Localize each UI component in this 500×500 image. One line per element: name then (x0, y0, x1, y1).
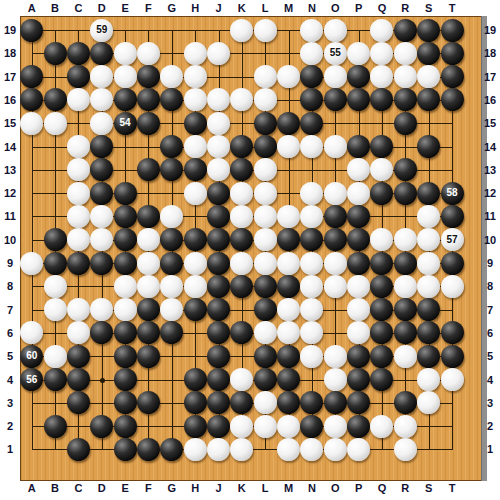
left-coord-label: 10 (4, 234, 16, 246)
left-coord-label: 4 (7, 374, 13, 386)
white-stone-O5[interactable] (324, 345, 347, 368)
white-stone-L11[interactable] (254, 205, 277, 228)
white-stone-T10[interactable]: 57 (441, 228, 464, 251)
black-stone-S19[interactable] (417, 19, 440, 42)
white-stone-A15[interactable] (20, 112, 43, 135)
right-coord-label: 5 (487, 350, 493, 362)
left-coord-label: 1 (7, 443, 13, 455)
black-stone-H4[interactable] (184, 368, 207, 391)
black-stone-C5[interactable] (67, 345, 90, 368)
white-stone-L2[interactable] (254, 415, 277, 438)
white-stone-F18[interactable] (137, 42, 160, 65)
white-stone-F10[interactable] (137, 228, 160, 251)
left-coord-label: 5 (7, 350, 13, 362)
white-stone-H17[interactable] (184, 65, 207, 88)
white-stone-J14[interactable] (207, 135, 230, 158)
left-coord-label: 8 (7, 280, 13, 292)
top-coord-label: D (98, 2, 106, 14)
black-stone-A19[interactable] (20, 19, 43, 42)
black-stone-T19[interactable] (441, 19, 464, 42)
white-stone-L16[interactable] (254, 88, 277, 111)
top-coord-label: F (145, 2, 152, 14)
bottom-coord-label: H (191, 482, 199, 494)
black-stone-M4[interactable] (277, 368, 300, 391)
white-stone-L13[interactable] (254, 158, 277, 181)
bottom-coord-label: G (168, 482, 177, 494)
white-stone-N9[interactable] (300, 252, 323, 275)
white-stone-H12[interactable] (184, 182, 207, 205)
white-stone-A9[interactable] (20, 252, 43, 275)
black-stone-E1[interactable] (114, 438, 137, 461)
black-stone-C1[interactable] (67, 438, 90, 461)
black-stone-C18[interactable] (67, 42, 90, 65)
white-stone-B8[interactable] (44, 275, 67, 298)
right-coord-label: 13 (484, 164, 496, 176)
black-stone-N2[interactable] (300, 415, 323, 438)
black-stone-D2[interactable] (90, 415, 113, 438)
left-coord-label: 7 (7, 304, 13, 316)
black-stone-C17[interactable] (67, 65, 90, 88)
black-stone-T16[interactable] (441, 88, 464, 111)
black-stone-M15[interactable] (277, 112, 300, 135)
white-stone-L10[interactable] (254, 228, 277, 251)
black-stone-P5[interactable] (347, 345, 370, 368)
white-stone-O9[interactable] (324, 252, 347, 275)
white-stone-H14[interactable] (184, 135, 207, 158)
black-stone-F7[interactable] (137, 298, 160, 321)
black-stone-B2[interactable] (44, 415, 67, 438)
white-stone-O12[interactable] (324, 182, 347, 205)
white-stone-T8[interactable] (441, 275, 464, 298)
move-number-label: 58 (446, 188, 457, 198)
white-stone-R10[interactable] (394, 228, 417, 251)
bottom-coord-label: T (449, 482, 456, 494)
bottom-coord-label: A (28, 482, 36, 494)
right-coord-label: 17 (484, 71, 496, 83)
white-stone-P8[interactable] (347, 275, 370, 298)
black-stone-L7[interactable] (254, 298, 277, 321)
black-stone-H13[interactable] (184, 158, 207, 181)
black-stone-E5[interactable] (114, 345, 137, 368)
bottom-coord-label: D (98, 482, 106, 494)
white-stone-F8[interactable] (137, 275, 160, 298)
white-stone-M14[interactable] (277, 135, 300, 158)
white-stone-M17[interactable] (277, 65, 300, 88)
white-stone-P1[interactable] (347, 438, 370, 461)
white-stone-J15[interactable] (207, 112, 230, 135)
black-stone-H7[interactable] (184, 298, 207, 321)
black-stone-E4[interactable] (114, 368, 137, 391)
black-stone-B9[interactable] (44, 252, 67, 275)
white-stone-N19[interactable] (300, 19, 323, 42)
white-stone-P12[interactable] (347, 182, 370, 205)
black-stone-B4[interactable] (44, 368, 67, 391)
white-stone-O17[interactable] (324, 65, 347, 88)
black-stone-E6[interactable] (114, 321, 137, 344)
top-coord-label: H (191, 2, 199, 14)
black-stone-E16[interactable] (114, 88, 137, 111)
black-stone-N15[interactable] (300, 112, 323, 135)
move-number-label: 54 (120, 118, 131, 128)
top-coord-label: O (331, 2, 340, 14)
black-stone-J9[interactable] (207, 252, 230, 275)
white-stone-R18[interactable] (394, 42, 417, 65)
black-stone-B18[interactable] (44, 42, 67, 65)
top-coord-label: C (74, 2, 82, 14)
black-stone-R15[interactable] (394, 112, 417, 135)
right-coord-label: 14 (484, 141, 496, 153)
black-stone-D18[interactable] (90, 42, 113, 65)
move-number-label: 55 (330, 48, 341, 58)
black-stone-P9[interactable] (347, 252, 370, 275)
white-stone-H9[interactable] (184, 252, 207, 275)
black-stone-P2[interactable] (347, 415, 370, 438)
top-coord-label: S (425, 2, 432, 14)
black-stone-E11[interactable] (114, 205, 137, 228)
white-stone-D15[interactable] (90, 112, 113, 135)
black-stone-J11[interactable] (207, 205, 230, 228)
black-stone-F11[interactable] (137, 205, 160, 228)
black-stone-J12[interactable] (207, 182, 230, 205)
black-stone-E10[interactable] (114, 228, 137, 251)
left-coord-label: 16 (4, 94, 16, 106)
white-stone-Q2[interactable] (370, 415, 393, 438)
black-stone-E2[interactable] (114, 415, 137, 438)
black-stone-R3[interactable] (394, 391, 417, 414)
black-stone-O11[interactable] (324, 205, 347, 228)
white-stone-E17[interactable] (114, 65, 137, 88)
top-coord-label: T (449, 2, 456, 14)
black-stone-O10[interactable] (324, 228, 347, 251)
black-stone-S5[interactable] (417, 345, 440, 368)
left-coord-label: 11 (4, 210, 16, 222)
left-coord-label: 12 (4, 187, 16, 199)
right-coord-label: 10 (484, 234, 496, 246)
white-stone-R1[interactable] (394, 438, 417, 461)
bottom-coord-label: R (401, 482, 409, 494)
right-coord-label: 12 (484, 187, 496, 199)
right-coord-label: 3 (487, 397, 493, 409)
black-stone-T6[interactable] (441, 321, 464, 344)
black-stone-J4[interactable] (207, 368, 230, 391)
top-coord-label: M (284, 2, 293, 14)
right-coord-label: 4 (487, 374, 493, 386)
black-stone-Q9[interactable] (370, 252, 393, 275)
top-coord-label: J (215, 2, 221, 14)
black-stone-F15[interactable] (137, 112, 160, 135)
white-stone-O19[interactable] (324, 19, 347, 42)
bottom-coord-label: E (121, 482, 128, 494)
black-stone-C9[interactable] (67, 252, 90, 275)
white-stone-K2[interactable] (230, 415, 253, 438)
white-stone-K12[interactable] (230, 182, 253, 205)
black-stone-J8[interactable] (207, 275, 230, 298)
white-stone-M7[interactable] (277, 298, 300, 321)
white-stone-J18[interactable] (207, 42, 230, 65)
black-stone-S14[interactable] (417, 135, 440, 158)
black-stone-E9[interactable] (114, 252, 137, 275)
white-stone-C11[interactable] (67, 205, 90, 228)
top-coord-label: R (401, 2, 409, 14)
black-stone-D9[interactable] (90, 252, 113, 275)
move-number-label: 59 (96, 25, 107, 35)
right-coord-label: 15 (484, 117, 496, 129)
white-stone-O2[interactable] (324, 415, 347, 438)
white-stone-B15[interactable] (44, 112, 67, 135)
right-coord-label: 19 (484, 24, 496, 36)
white-stone-Q19[interactable] (370, 19, 393, 42)
black-stone-P4[interactable] (347, 368, 370, 391)
white-stone-N12[interactable] (300, 182, 323, 205)
right-coord-label: 18 (484, 47, 496, 59)
go-game-screenshot: AABBCCDDEEFFGGHHJJKKLLMMNNOOPPQQRRSSTT19… (0, 0, 500, 500)
black-stone-R19[interactable] (394, 19, 417, 42)
black-stone-S18[interactable] (417, 42, 440, 65)
white-stone-S4[interactable] (417, 368, 440, 391)
white-stone-G8[interactable] (160, 275, 183, 298)
black-stone-L14[interactable] (254, 135, 277, 158)
white-stone-L19[interactable] (254, 19, 277, 42)
right-coord-label: 11 (484, 210, 496, 222)
left-coord-label: 14 (4, 141, 16, 153)
black-stone-R13[interactable] (394, 158, 417, 181)
black-stone-E12[interactable] (114, 182, 137, 205)
left-coord-label: 3 (7, 397, 13, 409)
white-stone-O4[interactable] (324, 368, 347, 391)
black-stone-R12[interactable] (394, 182, 417, 205)
bottom-coord-label: K (238, 482, 246, 494)
right-coord-label: 7 (487, 304, 493, 316)
white-stone-M1[interactable] (277, 438, 300, 461)
black-stone-E15[interactable]: 54 (114, 112, 137, 135)
black-stone-T17[interactable] (441, 65, 464, 88)
right-coord-label: 9 (487, 257, 493, 269)
top-coord-label: E (121, 2, 128, 14)
white-stone-C10[interactable] (67, 228, 90, 251)
left-coord-label: 2 (7, 420, 13, 432)
black-stone-L8[interactable] (254, 275, 277, 298)
white-stone-O1[interactable] (324, 438, 347, 461)
white-stone-O14[interactable] (324, 135, 347, 158)
left-coord-label: 18 (4, 47, 16, 59)
right-coord-label: 2 (487, 420, 493, 432)
right-coord-label: 8 (487, 280, 493, 292)
black-stone-T9[interactable] (441, 252, 464, 275)
white-stone-H8[interactable] (184, 275, 207, 298)
black-stone-S12[interactable] (417, 182, 440, 205)
black-stone-J7[interactable] (207, 298, 230, 321)
top-coord-label: G (168, 2, 177, 14)
white-stone-L3[interactable] (254, 391, 277, 414)
right-gray-bar (481, 16, 487, 481)
white-stone-K9[interactable] (230, 252, 253, 275)
bottom-coord-label: C (74, 482, 82, 494)
white-stone-L12[interactable] (254, 182, 277, 205)
left-coord-label: 6 (7, 327, 13, 339)
black-stone-T11[interactable] (441, 205, 464, 228)
left-coord-label: 19 (4, 24, 16, 36)
white-stone-N5[interactable] (300, 345, 323, 368)
white-stone-L6[interactable] (254, 321, 277, 344)
black-stone-E3[interactable] (114, 391, 137, 414)
black-stone-H3[interactable] (184, 391, 207, 414)
star-point (100, 378, 105, 383)
black-stone-Q5[interactable] (370, 345, 393, 368)
white-stone-T4[interactable] (441, 368, 464, 391)
white-stone-S9[interactable] (417, 252, 440, 275)
black-stone-A5[interactable]: 60 (20, 345, 43, 368)
bottom-coord-label: S (425, 482, 432, 494)
white-stone-O18[interactable]: 55 (324, 42, 347, 65)
bottom-coord-label: O (331, 482, 340, 494)
right-coord-label: 1 (487, 443, 493, 455)
top-coord-label: Q (378, 2, 387, 14)
white-stone-E8[interactable] (114, 275, 137, 298)
white-stone-S8[interactable] (417, 275, 440, 298)
white-stone-D19[interactable]: 59 (90, 19, 113, 42)
left-coord-label: 13 (4, 164, 16, 176)
bottom-coord-label: B (51, 482, 59, 494)
white-stone-B5[interactable] (44, 345, 67, 368)
black-stone-B10[interactable] (44, 228, 67, 251)
black-stone-K8[interactable] (230, 275, 253, 298)
top-coord-label: A (28, 2, 36, 14)
bottom-coord-label: M (284, 482, 293, 494)
white-stone-M11[interactable] (277, 205, 300, 228)
black-stone-G9[interactable] (160, 252, 183, 275)
black-stone-T5[interactable] (441, 345, 464, 368)
black-stone-P14[interactable] (347, 135, 370, 158)
bottom-coord-label: Q (378, 482, 387, 494)
white-stone-F9[interactable] (137, 252, 160, 275)
white-stone-C7[interactable] (67, 298, 90, 321)
white-stone-E7[interactable] (114, 298, 137, 321)
top-coord-label: P (355, 2, 362, 14)
black-stone-Q12[interactable] (370, 182, 393, 205)
right-coord-label: 16 (484, 94, 496, 106)
black-stone-P11[interactable] (347, 205, 370, 228)
bottom-coord-label: L (262, 482, 269, 494)
white-stone-J1[interactable] (207, 438, 230, 461)
white-stone-B7[interactable] (44, 298, 67, 321)
white-stone-C14[interactable] (67, 135, 90, 158)
black-stone-H2[interactable] (184, 415, 207, 438)
move-number-label: 56 (26, 375, 37, 385)
white-stone-H16[interactable] (184, 88, 207, 111)
black-stone-F5[interactable] (137, 345, 160, 368)
black-stone-T12[interactable]: 58 (441, 182, 464, 205)
top-coord-label: N (308, 2, 316, 14)
bottom-coord-label: F (145, 482, 152, 494)
left-coord-label: 17 (4, 71, 16, 83)
black-stone-T18[interactable] (441, 42, 464, 65)
white-stone-H1[interactable] (184, 438, 207, 461)
black-stone-J2[interactable] (207, 415, 230, 438)
black-stone-O3[interactable] (324, 391, 347, 414)
black-stone-H10[interactable] (184, 228, 207, 251)
black-stone-O16[interactable] (324, 88, 347, 111)
bottom-coord-label: P (355, 482, 362, 494)
white-stone-O8[interactable] (324, 275, 347, 298)
black-stone-R9[interactable] (394, 252, 417, 275)
black-stone-L15[interactable] (254, 112, 277, 135)
white-stone-C12[interactable] (67, 182, 90, 205)
top-coord-label: L (262, 2, 269, 14)
white-stone-S11[interactable] (417, 205, 440, 228)
top-coord-label: B (51, 2, 59, 14)
white-stone-M2[interactable] (277, 415, 300, 438)
black-stone-R7[interactable] (394, 298, 417, 321)
black-stone-C4[interactable] (67, 368, 90, 391)
white-stone-R5[interactable] (394, 345, 417, 368)
white-stone-L17[interactable] (254, 65, 277, 88)
left-coord-label: 9 (7, 257, 13, 269)
white-stone-R8[interactable] (394, 275, 417, 298)
black-stone-L4[interactable] (254, 368, 277, 391)
white-stone-P18[interactable] (347, 42, 370, 65)
white-stone-R2[interactable] (394, 415, 417, 438)
black-stone-J5[interactable] (207, 345, 230, 368)
top-coord-label: K (238, 2, 246, 14)
black-stone-D12[interactable] (90, 182, 113, 205)
white-stone-R17[interactable] (394, 65, 417, 88)
move-number-label: 60 (26, 351, 37, 361)
move-number-label: 57 (446, 235, 457, 245)
white-stone-E18[interactable] (114, 42, 137, 65)
white-stone-D11[interactable] (90, 205, 113, 228)
right-coord-label: 6 (487, 327, 493, 339)
white-stone-L9[interactable] (254, 252, 277, 275)
black-stone-F17[interactable] (137, 65, 160, 88)
bottom-coord-label: N (308, 482, 316, 494)
black-stone-F1[interactable] (137, 438, 160, 461)
white-stone-M9[interactable] (277, 252, 300, 275)
bottom-coord-label: J (215, 482, 221, 494)
black-stone-H15[interactable] (184, 112, 207, 135)
black-stone-M5[interactable] (277, 345, 300, 368)
left-coord-label: 15 (4, 117, 16, 129)
black-stone-B16[interactable] (44, 88, 67, 111)
white-stone-H18[interactable] (184, 42, 207, 65)
black-stone-M8[interactable] (277, 275, 300, 298)
white-stone-K19[interactable] (230, 19, 253, 42)
black-stone-L5[interactable] (254, 345, 277, 368)
